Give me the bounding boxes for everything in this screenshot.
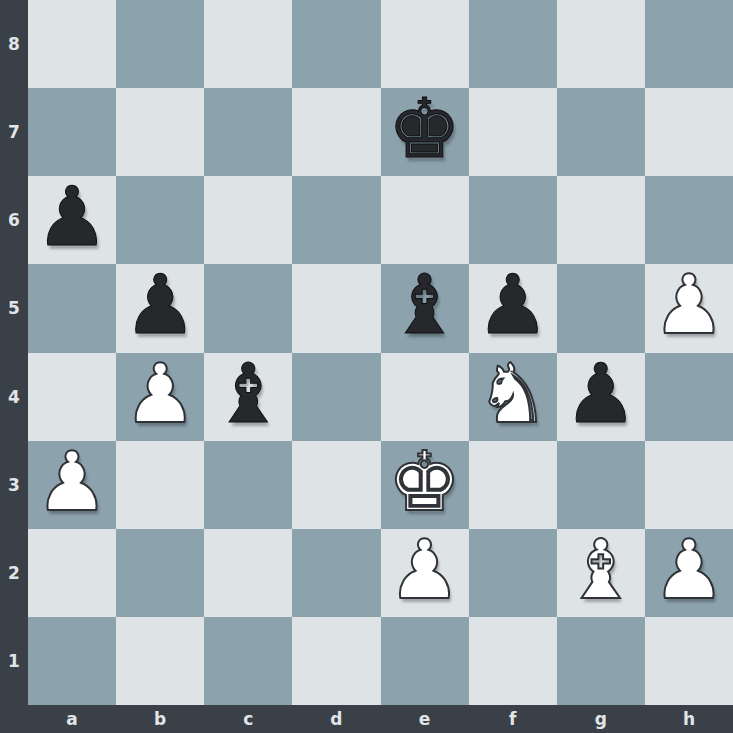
- piece-black-bishop[interactable]: ♝: [212, 353, 286, 435]
- piece-white-pawn[interactable]: ♟: [123, 353, 197, 435]
- rank-label-1: 1: [0, 617, 28, 705]
- square-f6[interactable]: [469, 176, 557, 264]
- square-e8[interactable]: [381, 0, 469, 88]
- piece-white-pawn[interactable]: ♟: [35, 441, 109, 523]
- file-label-c: c: [204, 705, 292, 733]
- square-b6[interactable]: [116, 176, 204, 264]
- rank-labels: 87654321: [0, 0, 28, 705]
- square-g8[interactable]: [557, 0, 645, 88]
- square-g1[interactable]: [557, 617, 645, 705]
- square-c3[interactable]: [204, 441, 292, 529]
- piece-black-pawn[interactable]: ♟: [476, 264, 550, 346]
- square-f5[interactable]: ♟: [469, 264, 557, 352]
- rank-label-2: 2: [0, 529, 28, 617]
- square-c2[interactable]: [204, 529, 292, 617]
- square-e6[interactable]: [381, 176, 469, 264]
- square-h6[interactable]: [645, 176, 733, 264]
- square-c4[interactable]: ♝: [204, 353, 292, 441]
- square-h7[interactable]: [645, 88, 733, 176]
- square-a4[interactable]: [28, 353, 116, 441]
- square-d2[interactable]: [292, 529, 380, 617]
- square-e1[interactable]: [381, 617, 469, 705]
- square-b2[interactable]: [116, 529, 204, 617]
- square-f1[interactable]: [469, 617, 557, 705]
- piece-white-pawn[interactable]: ♟: [652, 529, 726, 611]
- square-a7[interactable]: [28, 88, 116, 176]
- square-g4[interactable]: ♟: [557, 353, 645, 441]
- square-f4[interactable]: ♞: [469, 353, 557, 441]
- square-e3[interactable]: ♚: [381, 441, 469, 529]
- file-label-h: h: [645, 705, 733, 733]
- square-b8[interactable]: [116, 0, 204, 88]
- square-b1[interactable]: [116, 617, 204, 705]
- piece-white-bishop[interactable]: ♝: [564, 529, 638, 611]
- file-label-b: b: [116, 705, 204, 733]
- square-g5[interactable]: [557, 264, 645, 352]
- square-f7[interactable]: [469, 88, 557, 176]
- rank-label-8: 8: [0, 0, 28, 88]
- square-f3[interactable]: [469, 441, 557, 529]
- square-a6[interactable]: ♟: [28, 176, 116, 264]
- rank-label-4: 4: [0, 353, 28, 441]
- square-e5[interactable]: ♝: [381, 264, 469, 352]
- square-d1[interactable]: [292, 617, 380, 705]
- square-b3[interactable]: [116, 441, 204, 529]
- piece-black-pawn[interactable]: ♟: [123, 264, 197, 346]
- square-d6[interactable]: [292, 176, 380, 264]
- square-h2[interactable]: ♟: [645, 529, 733, 617]
- file-label-g: g: [557, 705, 645, 733]
- piece-white-pawn[interactable]: ♟: [388, 529, 462, 611]
- square-d3[interactable]: [292, 441, 380, 529]
- rank-label-6: 6: [0, 176, 28, 264]
- square-a3[interactable]: ♟: [28, 441, 116, 529]
- file-label-e: e: [381, 705, 469, 733]
- rank-label-7: 7: [0, 88, 28, 176]
- file-labels: abcdefgh: [28, 705, 733, 733]
- square-g7[interactable]: [557, 88, 645, 176]
- file-label-d: d: [292, 705, 380, 733]
- piece-black-king[interactable]: ♚: [388, 88, 462, 170]
- piece-white-pawn[interactable]: ♟: [652, 264, 726, 346]
- chessboard-app: 87654321 ♚♟♟♝♟♟♟♝♞♟♟♚♟♝♟ abcdefgh: [0, 0, 733, 733]
- square-c5[interactable]: [204, 264, 292, 352]
- square-c6[interactable]: [204, 176, 292, 264]
- square-h8[interactable]: [645, 0, 733, 88]
- square-c1[interactable]: [204, 617, 292, 705]
- piece-white-king[interactable]: ♚: [388, 441, 462, 523]
- square-e4[interactable]: [381, 353, 469, 441]
- square-e7[interactable]: ♚: [381, 88, 469, 176]
- square-g2[interactable]: ♝: [557, 529, 645, 617]
- square-a1[interactable]: [28, 617, 116, 705]
- rank-label-5: 5: [0, 264, 28, 352]
- square-d7[interactable]: [292, 88, 380, 176]
- square-d8[interactable]: [292, 0, 380, 88]
- square-a8[interactable]: [28, 0, 116, 88]
- square-f2[interactable]: [469, 529, 557, 617]
- square-f8[interactable]: [469, 0, 557, 88]
- square-h4[interactable]: [645, 353, 733, 441]
- piece-black-pawn[interactable]: ♟: [564, 353, 638, 435]
- square-g3[interactable]: [557, 441, 645, 529]
- square-h3[interactable]: [645, 441, 733, 529]
- square-a2[interactable]: [28, 529, 116, 617]
- square-c8[interactable]: [204, 0, 292, 88]
- square-b7[interactable]: [116, 88, 204, 176]
- square-g6[interactable]: [557, 176, 645, 264]
- square-c7[interactable]: [204, 88, 292, 176]
- square-b4[interactable]: ♟: [116, 353, 204, 441]
- square-a5[interactable]: [28, 264, 116, 352]
- square-h5[interactable]: ♟: [645, 264, 733, 352]
- rank-label-3: 3: [0, 441, 28, 529]
- square-b5[interactable]: ♟: [116, 264, 204, 352]
- square-h1[interactable]: [645, 617, 733, 705]
- piece-white-knight[interactable]: ♞: [476, 353, 550, 435]
- file-label-f: f: [469, 705, 557, 733]
- square-d4[interactable]: [292, 353, 380, 441]
- chess-board: ♚♟♟♝♟♟♟♝♞♟♟♚♟♝♟: [28, 0, 733, 705]
- square-d5[interactable]: [292, 264, 380, 352]
- piece-black-bishop[interactable]: ♝: [388, 264, 462, 346]
- square-e2[interactable]: ♟: [381, 529, 469, 617]
- file-label-a: a: [28, 705, 116, 733]
- piece-black-pawn[interactable]: ♟: [35, 176, 109, 258]
